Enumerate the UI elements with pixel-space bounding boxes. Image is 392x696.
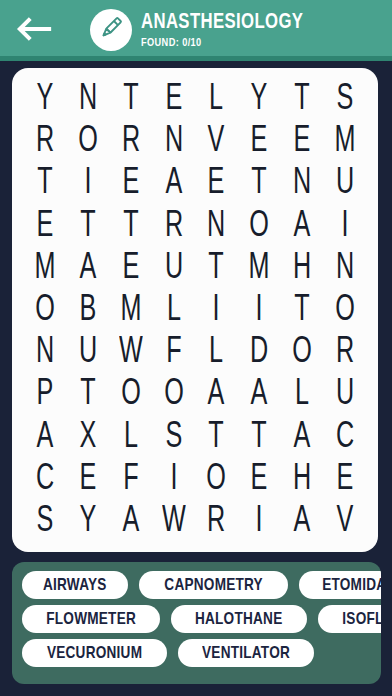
letter-cell-r10c5[interactable]: O <box>195 456 238 498</box>
letter-cell-r1c4[interactable]: E <box>152 76 195 118</box>
word-chip: ETOMIDATE <box>299 571 381 599</box>
letter-glyph: A <box>165 163 182 199</box>
letter-cell-r3c3[interactable]: E <box>110 160 153 202</box>
letter-glyph: C <box>336 417 354 453</box>
letter-cell-r9c4[interactable]: S <box>152 413 195 455</box>
word-chip: HALOTHANE <box>171 605 306 633</box>
letter-glyph: I <box>85 163 92 199</box>
letter-cell-r10c1[interactable]: C <box>24 456 67 498</box>
letter-cell-r8c5[interactable]: A <box>195 371 238 413</box>
letter-cell-r4c5[interactable]: N <box>195 203 238 245</box>
letter-glyph: V <box>336 501 353 537</box>
word-chip-label: VENTILATOR <box>202 643 290 663</box>
letter-cell-r4c6[interactable]: O <box>238 203 281 245</box>
letter-cell-r7c5[interactable]: L <box>195 329 238 371</box>
letter-cell-r2c6[interactable]: E <box>238 118 281 160</box>
letter-glyph: A <box>251 374 268 410</box>
letter-cell-r1c5[interactable]: L <box>195 76 238 118</box>
word-search-board: YNTELYTSRORNVEEMTIEAETNUETTRNOAIMAEUTMHN… <box>12 68 378 552</box>
letter-cell-r7c6[interactable]: D <box>238 329 281 371</box>
letter-cell-r3c8[interactable]: U <box>323 160 366 202</box>
app-header: ANASTHESIOLOGY FOUND: 0/10 <box>0 0 392 56</box>
letter-grid: YNTELYTSRORNVEEMTIEAETNUETTRNOAIMAEUTMHN… <box>24 76 366 540</box>
letter-cell-r6c8[interactable]: O <box>323 287 366 329</box>
letter-glyph: U <box>336 163 354 199</box>
letter-glyph: R <box>122 121 140 157</box>
letter-glyph: T <box>294 290 309 326</box>
letter-cell-r3c4[interactable]: A <box>152 160 195 202</box>
letter-cell-r9c2[interactable]: X <box>67 413 110 455</box>
letter-glyph: M <box>334 121 355 157</box>
letter-cell-r1c1[interactable]: Y <box>24 76 67 118</box>
letter-glyph: M <box>249 248 270 284</box>
letter-cell-r5c6[interactable]: M <box>238 245 281 287</box>
letter-cell-r2c5[interactable]: V <box>195 118 238 160</box>
letter-cell-r1c2[interactable]: N <box>67 76 110 118</box>
letter-glyph: T <box>251 163 266 199</box>
letter-glyph: Y <box>251 79 268 115</box>
letter-glyph: N <box>79 79 97 115</box>
word-chip-row: VECURONIUMVENTILATOR <box>22 639 381 667</box>
letter-glyph: E <box>122 248 139 284</box>
page-title: ANASTHESIOLOGY <box>141 8 303 34</box>
letter-glyph: R <box>336 332 354 368</box>
letter-cell-r10c6[interactable]: E <box>238 456 281 498</box>
letter-glyph: S <box>165 417 182 453</box>
letter-cell-r8c3[interactable]: O <box>110 371 153 413</box>
letter-glyph: R <box>36 121 54 157</box>
letter-cell-r9c6[interactable]: T <box>238 413 281 455</box>
letter-glyph: S <box>37 501 54 537</box>
letter-glyph: E <box>251 459 268 495</box>
letter-cell-r9c1[interactable]: A <box>24 413 67 455</box>
letter-glyph: O <box>292 332 312 368</box>
letter-glyph: I <box>256 290 263 326</box>
letter-cell-r11c5[interactable]: R <box>195 498 238 540</box>
letter-glyph: L <box>167 290 181 326</box>
category-badge <box>90 9 132 51</box>
letter-glyph: Y <box>37 79 54 115</box>
word-list-panel: AIRWAYSCAPNOMETRYETOMIDATEEXFLOWMETERHAL… <box>12 562 381 684</box>
letter-glyph: E <box>336 459 353 495</box>
letter-glyph: T <box>294 79 309 115</box>
letter-cell-r5c5[interactable]: T <box>195 245 238 287</box>
letter-cell-r10c7[interactable]: H <box>281 456 324 498</box>
word-chip-label: ISOFLURANE <box>342 609 381 629</box>
letter-glyph: A <box>80 248 97 284</box>
word-chip: ISOFLURANE <box>318 605 381 633</box>
letter-cell-r9c7[interactable]: A <box>281 413 324 455</box>
letter-glyph: C <box>36 459 54 495</box>
letter-glyph: P <box>37 374 54 410</box>
word-chip: CAPNOMETRY <box>139 571 288 599</box>
letter-cell-r9c5[interactable]: T <box>195 413 238 455</box>
letter-glyph: T <box>251 417 266 453</box>
letter-glyph: O <box>121 374 141 410</box>
letter-cell-r1c7[interactable]: T <box>281 76 324 118</box>
arrow-left-icon <box>16 31 54 46</box>
letter-cell-r11c6[interactable]: I <box>238 498 281 540</box>
letter-glyph: I <box>256 501 263 537</box>
letter-cell-r6c6[interactable]: I <box>238 287 281 329</box>
word-chip-label: FLOWMETER <box>46 609 136 629</box>
letter-glyph: T <box>123 79 138 115</box>
word-chip-label: ETOMIDATE <box>322 575 381 595</box>
letter-glyph: I <box>213 290 220 326</box>
letter-glyph: N <box>165 121 183 157</box>
word-chip-label: VECURONIUM <box>47 643 142 663</box>
letter-glyph: T <box>209 417 224 453</box>
letter-cell-r6c2[interactable]: B <box>67 287 110 329</box>
letter-glyph: O <box>36 290 56 326</box>
letter-glyph: T <box>38 163 53 199</box>
letter-glyph: M <box>35 248 56 284</box>
letter-glyph: M <box>120 290 141 326</box>
letter-cell-r3c2[interactable]: I <box>67 160 110 202</box>
letter-cell-r11c7[interactable]: A <box>281 498 324 540</box>
letter-cell-r4c4[interactable]: R <box>152 203 195 245</box>
letter-glyph: O <box>335 290 355 326</box>
letter-glyph: A <box>293 206 310 242</box>
letter-cell-r6c3[interactable]: M <box>110 287 153 329</box>
letter-cell-r1c3[interactable]: T <box>110 76 153 118</box>
letter-cell-r5c2[interactable]: A <box>67 245 110 287</box>
letter-glyph: E <box>251 121 268 157</box>
word-chip-label: HALOTHANE <box>195 609 283 629</box>
letter-glyph: N <box>336 248 354 284</box>
letter-cell-r6c5[interactable]: I <box>195 287 238 329</box>
letter-cell-r4c1[interactable]: E <box>24 203 67 245</box>
letter-cell-r7c2[interactable]: U <box>67 329 110 371</box>
pencil-icon <box>96 13 126 47</box>
letter-cell-r5c7[interactable]: H <box>281 245 324 287</box>
letter-cell-r2c8[interactable]: M <box>323 118 366 160</box>
word-chip: FLOWMETER <box>22 605 160 633</box>
letter-cell-r9c3[interactable]: L <box>110 413 153 455</box>
letter-glyph: O <box>164 374 184 410</box>
letter-glyph: A <box>208 374 225 410</box>
header-divider <box>0 56 392 61</box>
letter-glyph: T <box>80 374 95 410</box>
letter-cell-r8c7[interactable]: L <box>281 371 324 413</box>
letter-glyph: A <box>37 417 54 453</box>
letter-glyph: U <box>79 332 97 368</box>
letter-glyph: E <box>37 206 54 242</box>
letter-cell-r7c8[interactable]: R <box>323 329 366 371</box>
back-button[interactable] <box>16 15 54 43</box>
letter-glyph: B <box>80 290 97 326</box>
letter-cell-r10c8[interactable]: E <box>323 456 366 498</box>
letter-glyph: L <box>209 332 223 368</box>
letter-glyph: L <box>124 417 138 453</box>
letter-cell-r5c4[interactable]: U <box>152 245 195 287</box>
letter-cell-r6c7[interactable]: T <box>281 287 324 329</box>
letter-cell-r2c1[interactable]: R <box>24 118 67 160</box>
letter-glyph: E <box>208 163 225 199</box>
letter-glyph: L <box>209 79 223 115</box>
letter-glyph: A <box>293 501 310 537</box>
word-chip: AIRWAYS <box>22 571 128 599</box>
letter-cell-r7c7[interactable]: O <box>281 329 324 371</box>
word-chip: VENTILATOR <box>178 639 314 667</box>
letter-glyph: X <box>80 417 97 453</box>
letter-cell-r4c8[interactable]: I <box>323 203 366 245</box>
letter-cell-r9c8[interactable]: C <box>323 413 366 455</box>
letter-glyph: L <box>295 374 309 410</box>
letter-cell-r7c1[interactable]: N <box>24 329 67 371</box>
letter-glyph: V <box>208 121 225 157</box>
word-chip-row: AIRWAYSCAPNOMETRYETOMIDATEEX <box>22 571 381 599</box>
letter-cell-r8c4[interactable]: O <box>152 371 195 413</box>
word-chip-label: AIRWAYS <box>43 575 107 595</box>
letter-cell-r11c8[interactable]: V <box>323 498 366 540</box>
letter-cell-r3c1[interactable]: T <box>24 160 67 202</box>
letter-cell-r6c4[interactable]: L <box>152 287 195 329</box>
letter-cell-r4c2[interactable]: T <box>67 203 110 245</box>
letter-glyph: T <box>123 206 138 242</box>
letter-glyph: R <box>207 501 225 537</box>
letter-glyph: I <box>341 206 348 242</box>
letter-glyph: D <box>250 332 268 368</box>
letter-cell-r3c5[interactable]: E <box>195 160 238 202</box>
letter-glyph: N <box>293 163 311 199</box>
letter-glyph: A <box>122 501 139 537</box>
letter-cell-r5c8[interactable]: N <box>323 245 366 287</box>
found-counter: FOUND: 0/10 <box>141 36 312 48</box>
letter-cell-r10c3[interactable]: F <box>110 456 153 498</box>
letter-glyph: N <box>207 206 225 242</box>
word-chip-row: FLOWMETERHALOTHANEISOFLURANES <box>22 605 381 633</box>
letter-cell-r5c1[interactable]: M <box>24 245 67 287</box>
letter-cell-r11c4[interactable]: W <box>152 498 195 540</box>
letter-cell-r1c8[interactable]: S <box>323 76 366 118</box>
letter-glyph: T <box>80 206 95 242</box>
letter-glyph: E <box>165 79 182 115</box>
title-block: ANASTHESIOLOGY FOUND: 0/10 <box>141 8 355 48</box>
letter-glyph: O <box>207 459 227 495</box>
letter-glyph: T <box>209 248 224 284</box>
letter-cell-r2c3[interactable]: R <box>110 118 153 160</box>
letter-cell-r8c2[interactable]: T <box>67 371 110 413</box>
word-chip-label: CAPNOMETRY <box>164 575 263 595</box>
letter-cell-r3c6[interactable]: T <box>238 160 281 202</box>
letter-glyph: S <box>336 79 353 115</box>
letter-glyph: N <box>36 332 54 368</box>
letter-cell-r8c8[interactable]: U <box>323 371 366 413</box>
letter-glyph: E <box>122 163 139 199</box>
letter-glyph: U <box>165 248 183 284</box>
letter-cell-r7c3[interactable]: W <box>110 329 153 371</box>
letter-cell-r8c1[interactable]: P <box>24 371 67 413</box>
letter-cell-r2c2[interactable]: O <box>67 118 110 160</box>
letter-cell-r5c3[interactable]: E <box>110 245 153 287</box>
letter-glyph: U <box>336 374 354 410</box>
letter-cell-r7c4[interactable]: F <box>152 329 195 371</box>
letter-cell-r1c6[interactable]: Y <box>238 76 281 118</box>
letter-glyph: F <box>166 332 181 368</box>
letter-cell-r4c7[interactable]: A <box>281 203 324 245</box>
letter-glyph: Y <box>80 501 97 537</box>
letter-cell-r8c6[interactable]: A <box>238 371 281 413</box>
letter-cell-r3c7[interactable]: N <box>281 160 324 202</box>
letter-glyph: F <box>123 459 138 495</box>
letter-cell-r11c1[interactable]: S <box>24 498 67 540</box>
letter-cell-r10c2[interactable]: E <box>67 456 110 498</box>
letter-cell-r11c3[interactable]: A <box>110 498 153 540</box>
letter-cell-r6c1[interactable]: O <box>24 287 67 329</box>
letter-glyph: I <box>170 459 177 495</box>
letter-glyph: W <box>119 332 143 368</box>
letter-glyph: E <box>293 121 310 157</box>
letter-glyph: O <box>78 121 98 157</box>
letter-glyph: E <box>80 459 97 495</box>
letter-cell-r10c4[interactable]: I <box>152 456 195 498</box>
letter-cell-r2c4[interactable]: N <box>152 118 195 160</box>
letter-cell-r4c3[interactable]: T <box>110 203 153 245</box>
word-chip: VECURONIUM <box>22 639 167 667</box>
letter-glyph: A <box>293 417 310 453</box>
letter-cell-r2c7[interactable]: E <box>281 118 324 160</box>
letter-glyph: O <box>249 206 269 242</box>
letter-cell-r11c2[interactable]: Y <box>67 498 110 540</box>
letter-glyph: W <box>162 501 186 537</box>
letter-glyph: H <box>293 248 311 284</box>
letter-glyph: R <box>165 206 183 242</box>
letter-glyph: H <box>293 459 311 495</box>
